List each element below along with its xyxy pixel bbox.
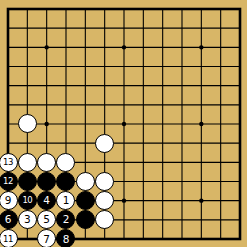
move-number: 5 xyxy=(43,214,50,225)
stone-white xyxy=(95,191,114,210)
stone-white-move-9: 9 xyxy=(0,191,18,210)
stones-layer: 12345678910111213 xyxy=(0,0,247,247)
stone-black-move-6: 6 xyxy=(0,210,18,229)
stone-black-move-8: 8 xyxy=(56,229,75,247)
stone-white xyxy=(95,172,114,191)
stone-white-move-5: 5 xyxy=(37,210,56,229)
stone-white-move-11: 11 xyxy=(0,229,18,247)
stone-black-move-2: 2 xyxy=(56,210,75,229)
move-number: 7 xyxy=(43,234,50,245)
stone-white xyxy=(95,134,114,153)
stone-black xyxy=(18,172,37,191)
stone-black xyxy=(76,191,95,210)
stone-white xyxy=(76,172,95,191)
move-number: 13 xyxy=(3,158,13,167)
stone-white xyxy=(95,210,114,229)
move-number: 6 xyxy=(5,214,12,225)
stone-black xyxy=(76,210,95,229)
stone-black-move-4: 4 xyxy=(37,191,56,210)
go-board-diagram: 12345678910111213 xyxy=(0,0,247,247)
move-number: 9 xyxy=(5,195,12,206)
stone-black xyxy=(37,172,56,191)
stone-white xyxy=(18,114,37,133)
move-number: 3 xyxy=(24,214,31,225)
move-number: 2 xyxy=(63,214,70,225)
move-number: 1 xyxy=(63,195,70,206)
move-number: 4 xyxy=(43,195,50,206)
stone-white-move-13: 13 xyxy=(0,153,18,172)
stone-white xyxy=(18,153,37,172)
stone-white xyxy=(37,153,56,172)
stone-black xyxy=(56,172,75,191)
move-number: 8 xyxy=(63,234,70,245)
stone-black-move-10: 10 xyxy=(18,191,37,210)
stone-white-move-7: 7 xyxy=(37,229,56,247)
stone-black-move-12: 12 xyxy=(0,172,18,191)
move-number: 11 xyxy=(3,235,13,244)
stone-white-move-1: 1 xyxy=(56,191,75,210)
stone-white xyxy=(56,153,75,172)
stone-white-move-3: 3 xyxy=(18,210,37,229)
move-number: 12 xyxy=(3,177,13,186)
move-number: 10 xyxy=(22,196,32,205)
